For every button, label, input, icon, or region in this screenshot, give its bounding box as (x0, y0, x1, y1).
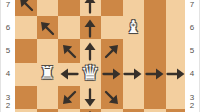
square-f2[interactable] (123, 109, 145, 112)
square-h2[interactable] (166, 109, 188, 112)
square-h6[interactable] (166, 16, 188, 39)
square-a5[interactable] (15, 39, 37, 62)
square-f6[interactable]: ♝ (123, 16, 145, 39)
square-b2[interactable] (37, 109, 59, 112)
rank-label-right-7: 7 (185, 1, 199, 9)
square-e2[interactable] (101, 109, 123, 112)
rank-label-left-6: 6 (1, 24, 15, 32)
chess-board: ♝♜♛ (15, 0, 187, 112)
square-c5[interactable] (58, 39, 80, 62)
white-rook-piece[interactable]: ♜ (39, 64, 55, 82)
square-f5[interactable] (123, 39, 145, 62)
square-e4[interactable] (101, 63, 123, 86)
square-e3[interactable] (101, 86, 123, 109)
square-c3[interactable] (58, 86, 80, 109)
square-f3[interactable] (123, 86, 145, 109)
move-arrow-right-h4 (166, 64, 186, 84)
rank-label-right-5: 5 (185, 47, 199, 55)
square-f7[interactable] (123, 0, 145, 16)
square-e7[interactable] (101, 0, 123, 16)
square-h5[interactable] (166, 39, 188, 62)
chess-lesson-diagram: ♝♜♛ 765432 765432 (0, 0, 200, 112)
square-f4[interactable] (123, 63, 145, 86)
move-arrow-right-g4 (145, 64, 165, 84)
square-a4[interactable] (15, 63, 37, 86)
move-arrow-right-f4 (123, 64, 143, 84)
square-e5[interactable] (101, 39, 123, 62)
move-arrow-up-d7 (80, 0, 100, 14)
white-queen-piece[interactable]: ♛ (81, 62, 100, 83)
rank-labels-right: 765432 (185, 0, 199, 112)
square-g7[interactable] (144, 0, 166, 16)
rank-label-left-2: 2 (1, 102, 15, 110)
move-arrow-right-e4 (102, 64, 122, 84)
square-c4[interactable] (58, 63, 80, 86)
square-g5[interactable] (144, 39, 166, 62)
square-g2[interactable] (144, 109, 166, 112)
rank-label-right-6: 6 (185, 24, 199, 32)
rank-labels-left: 765432 (1, 0, 15, 112)
move-arrow-left-c4 (59, 64, 79, 84)
square-d2[interactable] (80, 109, 102, 112)
square-a3[interactable] (15, 86, 37, 109)
square-d7[interactable] (80, 0, 102, 16)
rank-label-right-4: 4 (185, 70, 199, 78)
square-d6[interactable] (80, 16, 102, 39)
rank-label-left-5: 5 (1, 47, 15, 55)
rank-label-right-2: 2 (185, 102, 199, 110)
white-bishop-piece[interactable]: ♝ (125, 17, 141, 35)
square-c2[interactable] (58, 109, 80, 112)
square-h7[interactable] (166, 0, 188, 16)
square-g6[interactable] (144, 16, 166, 39)
square-b6[interactable] (37, 16, 59, 39)
rank-label-left-7: 7 (1, 1, 15, 9)
square-c7[interactable] (58, 0, 80, 16)
rank-label-left-4: 4 (1, 70, 15, 78)
move-arrow-down-d2 (80, 111, 100, 112)
square-a2[interactable] (15, 109, 37, 112)
square-d4[interactable]: ♛ (80, 63, 102, 86)
square-g3[interactable] (144, 86, 166, 109)
square-h3[interactable] (166, 86, 188, 109)
square-g4[interactable] (144, 63, 166, 86)
square-h4[interactable] (166, 63, 188, 86)
square-a7[interactable] (15, 0, 37, 16)
move-arrow-up-d6 (80, 18, 100, 38)
square-b4[interactable]: ♜ (37, 63, 59, 86)
